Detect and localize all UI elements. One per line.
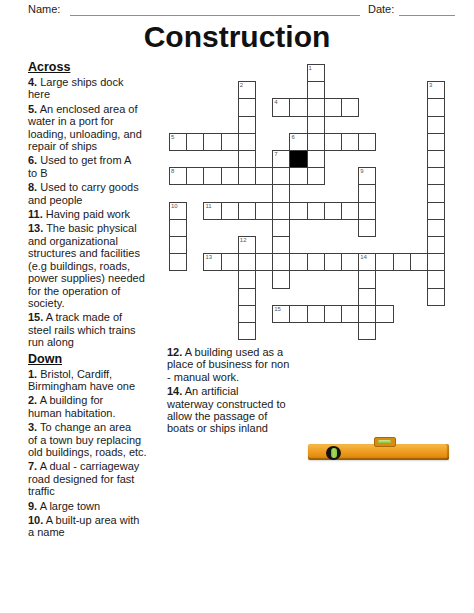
crossword-cell[interactable] xyxy=(324,305,342,323)
crossword-cell[interactable] xyxy=(427,270,445,288)
clue-number: 15 xyxy=(274,306,281,312)
crossword-cell[interactable] xyxy=(427,133,445,151)
crossword-cell[interactable] xyxy=(203,133,221,151)
clue-number: 10 xyxy=(171,203,178,209)
clue-number: 4 xyxy=(274,99,277,105)
crossword-cell[interactable] xyxy=(427,98,445,116)
crossword-cell[interactable] xyxy=(358,184,376,202)
crossword-cell[interactable] xyxy=(272,219,290,237)
crossword-cell[interactable] xyxy=(272,253,290,271)
crossword-cell[interactable] xyxy=(203,167,221,185)
down-heading: Down xyxy=(28,352,170,366)
crossword-cell[interactable]: 5 xyxy=(169,133,187,151)
crossword-cell[interactable] xyxy=(221,253,239,271)
clue-across-4: 4. Large ships dock here xyxy=(28,76,170,101)
crossword-cell[interactable] xyxy=(289,305,307,323)
clue-number: 3 xyxy=(429,82,432,88)
crossword-cell[interactable] xyxy=(289,253,307,271)
crossword-cell[interactable] xyxy=(238,322,256,340)
clue-across-13: 13. The basic physical and organizationa… xyxy=(28,222,170,309)
crossword-cell[interactable] xyxy=(307,81,325,99)
crossword-cell[interactable] xyxy=(272,202,290,220)
crossword-cell[interactable] xyxy=(238,167,256,185)
clue-number: 13 xyxy=(205,254,212,260)
crossword-cell[interactable] xyxy=(169,236,187,254)
crossword-cell[interactable] xyxy=(427,219,445,237)
clue-across-8: 8. Used to carry goods and people xyxy=(28,181,170,206)
clue-number: 1 xyxy=(309,65,312,71)
date-label: Date: xyxy=(368,3,394,15)
spirit-level-round-vial xyxy=(326,446,341,460)
crossword-cell[interactable] xyxy=(358,219,376,237)
crossword-cell[interactable]: 11 xyxy=(203,202,221,220)
crossword-cell[interactable] xyxy=(238,253,256,271)
crossword-cell[interactable]: 3 xyxy=(427,81,445,99)
clue-across-11: 11. Having paid work xyxy=(28,208,170,220)
crossword-cell[interactable] xyxy=(186,133,204,151)
crossword-cell[interactable] xyxy=(255,167,273,185)
crossword-cell[interactable] xyxy=(324,133,342,151)
clues-left-column: Across 4. Large ships dock here 5. An en… xyxy=(28,60,170,541)
crossword-cell[interactable] xyxy=(272,167,290,185)
crossword-cell[interactable] xyxy=(238,98,256,116)
crossword-cell[interactable] xyxy=(307,305,325,323)
crossword-cell[interactable] xyxy=(427,167,445,185)
clue-across-5: 5. An enclosed area of water in a port f… xyxy=(28,103,170,153)
crossword-cell[interactable] xyxy=(221,167,239,185)
name-label: Name: xyxy=(28,3,60,15)
crossword-cell[interactable] xyxy=(341,133,359,151)
crossword-cell[interactable] xyxy=(221,202,239,220)
crossword-cell[interactable] xyxy=(324,98,342,116)
crossword-cell[interactable] xyxy=(289,202,307,220)
page-title: Construction xyxy=(0,20,474,54)
crossword-cell[interactable] xyxy=(307,202,325,220)
spirit-level-image xyxy=(308,436,454,464)
clue-down-14: 14. An artificial waterway constructed t… xyxy=(167,385,303,435)
spirit-level-horizontal-vial xyxy=(374,437,396,447)
crossword-cell[interactable] xyxy=(307,116,325,134)
crossword-cell[interactable] xyxy=(272,184,290,202)
crossword-cell[interactable] xyxy=(358,133,376,151)
crossword-cell[interactable] xyxy=(238,270,256,288)
clue-number: 6 xyxy=(291,134,294,140)
crossword-cell[interactable] xyxy=(341,98,359,116)
crossword-cell[interactable]: 15 xyxy=(272,305,290,323)
clue-number: 2 xyxy=(240,82,243,88)
crossword-cell[interactable] xyxy=(341,305,359,323)
date-write-line xyxy=(399,15,455,16)
crossword-cell[interactable] xyxy=(272,236,290,254)
clue-down-2: 2. A building for human habitation. xyxy=(28,394,170,419)
clue-down-3: 3. To change an area of a town buy repla… xyxy=(28,421,170,458)
crossword-cell[interactable] xyxy=(358,322,376,340)
crossword-cell[interactable] xyxy=(427,202,445,220)
crossword-cell[interactable] xyxy=(341,202,359,220)
clue-number: 12 xyxy=(240,237,247,243)
crossword-cell[interactable] xyxy=(255,202,273,220)
crossword-cell[interactable] xyxy=(410,253,428,271)
across-heading: Across xyxy=(28,60,170,74)
clue-across-15: 15. A track made of steel rails which tr… xyxy=(28,311,170,348)
crossword-cell[interactable] xyxy=(427,253,445,271)
crossword-cell[interactable] xyxy=(238,202,256,220)
crossword-cell[interactable] xyxy=(307,167,325,185)
crossword-cell[interactable]: 13 xyxy=(203,253,221,271)
crossword-cell[interactable] xyxy=(307,133,325,151)
crossword-cell[interactable] xyxy=(169,253,187,271)
clue-down-9: 9. A large town xyxy=(28,500,170,512)
clue-across-6: 6. Used to get from A to B xyxy=(28,154,170,179)
spirit-level-bubble-icon xyxy=(378,440,391,444)
clue-number: 14 xyxy=(360,254,367,260)
crossword-cell[interactable]: 4 xyxy=(272,98,290,116)
clues-right-column: 12. A building used as a place of busine… xyxy=(167,346,303,437)
crossword-cell[interactable]: 7 xyxy=(272,150,290,168)
clue-number: 8 xyxy=(171,168,174,174)
crossword-cell[interactable] xyxy=(238,116,256,134)
crossword-worksheet: { "game": "crossword", "header": { "name… xyxy=(0,0,474,613)
clue-number: 5 xyxy=(171,134,174,140)
crossword-cell[interactable] xyxy=(358,270,376,288)
crossword-cell[interactable] xyxy=(307,253,325,271)
crossword-cell[interactable]: 9 xyxy=(358,167,376,185)
crossword-cell[interactable]: 2 xyxy=(238,81,256,99)
crossword-cell[interactable]: 1 xyxy=(307,64,325,82)
crossword-cell[interactable] xyxy=(324,253,342,271)
crossword-cell[interactable] xyxy=(427,150,445,168)
crossword-cell[interactable] xyxy=(427,184,445,202)
crossword-cell[interactable] xyxy=(289,98,307,116)
crossword-cell[interactable] xyxy=(307,150,325,168)
clue-down-10: 10. A built-up area with a name xyxy=(28,514,170,539)
crossword-grid: 123456789101112131415 xyxy=(169,64,446,341)
crossword-cell[interactable] xyxy=(289,167,307,185)
crossword-cell[interactable] xyxy=(358,305,376,323)
clue-number: 9 xyxy=(360,168,363,174)
crossword-cell[interactable] xyxy=(427,288,445,306)
crossword-cell[interactable] xyxy=(238,133,256,151)
crossword-cell[interactable] xyxy=(375,305,393,323)
crossword-cell[interactable] xyxy=(324,202,342,220)
crossword-cell[interactable] xyxy=(393,253,411,271)
crossword-cell[interactable]: 8 xyxy=(169,167,187,185)
crossword-cell[interactable]: 10 xyxy=(169,202,187,220)
crossword-cell[interactable] xyxy=(427,236,445,254)
crossword-cell[interactable] xyxy=(358,288,376,306)
clue-down-1: 1. Bristol, Cardiff, Birmingham have one xyxy=(28,368,170,393)
crossword-cell[interactable] xyxy=(238,305,256,323)
crossword-cell[interactable] xyxy=(375,253,393,271)
crossword-cell[interactable] xyxy=(238,150,256,168)
crossword-cell[interactable]: 12 xyxy=(238,236,256,254)
crossword-cell[interactable] xyxy=(341,253,359,271)
spirit-level-round-bubble-icon xyxy=(331,448,337,458)
crossword-cell[interactable] xyxy=(169,219,187,237)
crossword-cell[interactable] xyxy=(186,167,204,185)
crossword-cell[interactable] xyxy=(272,270,290,288)
clue-number: 7 xyxy=(274,151,277,157)
clue-number: 11 xyxy=(205,203,211,209)
blocked-cell xyxy=(289,150,307,168)
crossword-cell[interactable] xyxy=(427,116,445,134)
crossword-cell[interactable] xyxy=(307,98,325,116)
clue-down-12: 12. A building used as a place of busine… xyxy=(167,346,303,383)
clue-down-7: 7. A dual - carriageway road designed fo… xyxy=(28,460,170,497)
crossword-cell[interactable]: 6 xyxy=(289,133,307,151)
crossword-cell[interactable] xyxy=(255,253,273,271)
name-write-line xyxy=(70,15,360,16)
crossword-cell[interactable] xyxy=(221,133,239,151)
crossword-cell[interactable]: 14 xyxy=(358,253,376,271)
crossword-cell[interactable] xyxy=(238,288,256,306)
crossword-cell[interactable] xyxy=(358,202,376,220)
